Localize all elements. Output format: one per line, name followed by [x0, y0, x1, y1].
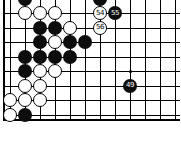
stone — [33, 6, 47, 20]
stone-move-57: 57 — [93, 0, 107, 6]
stone — [3, 108, 17, 122]
stone — [33, 35, 47, 49]
stone-move-49: 49 — [123, 79, 137, 93]
stone — [48, 64, 62, 78]
stone — [33, 64, 47, 78]
stone — [63, 50, 77, 64]
stone — [18, 108, 32, 122]
stone — [48, 21, 62, 35]
stone-number: 49 — [126, 82, 134, 89]
stone — [48, 6, 62, 20]
stone — [18, 79, 32, 93]
stone-move-54: 54 — [93, 6, 107, 20]
stone — [63, 35, 77, 49]
stone — [48, 50, 62, 64]
grid-line-horizontal — [3, 28, 181, 29]
stone — [18, 0, 32, 6]
stone — [33, 21, 47, 35]
stone — [3, 93, 17, 107]
stone-number: 54 — [96, 10, 104, 17]
stone — [18, 50, 32, 64]
stone-number: 56 — [96, 24, 104, 31]
go-board: 5754555649 — [0, 0, 180, 122]
stone — [33, 50, 47, 64]
stone-move-56: 56 — [93, 21, 107, 35]
stone-number: 57 — [96, 0, 104, 2]
stone — [48, 35, 62, 49]
stone-number: 55 — [111, 10, 119, 17]
stone — [18, 64, 32, 78]
star-point — [129, 70, 132, 73]
go-diagram: 5754555649 — [0, 0, 180, 154]
stone — [78, 35, 92, 49]
stone — [18, 93, 32, 107]
stone — [33, 93, 47, 107]
stone — [33, 79, 47, 93]
stone — [63, 21, 77, 35]
stone — [18, 6, 32, 20]
stone-move-55: 55 — [108, 6, 122, 20]
